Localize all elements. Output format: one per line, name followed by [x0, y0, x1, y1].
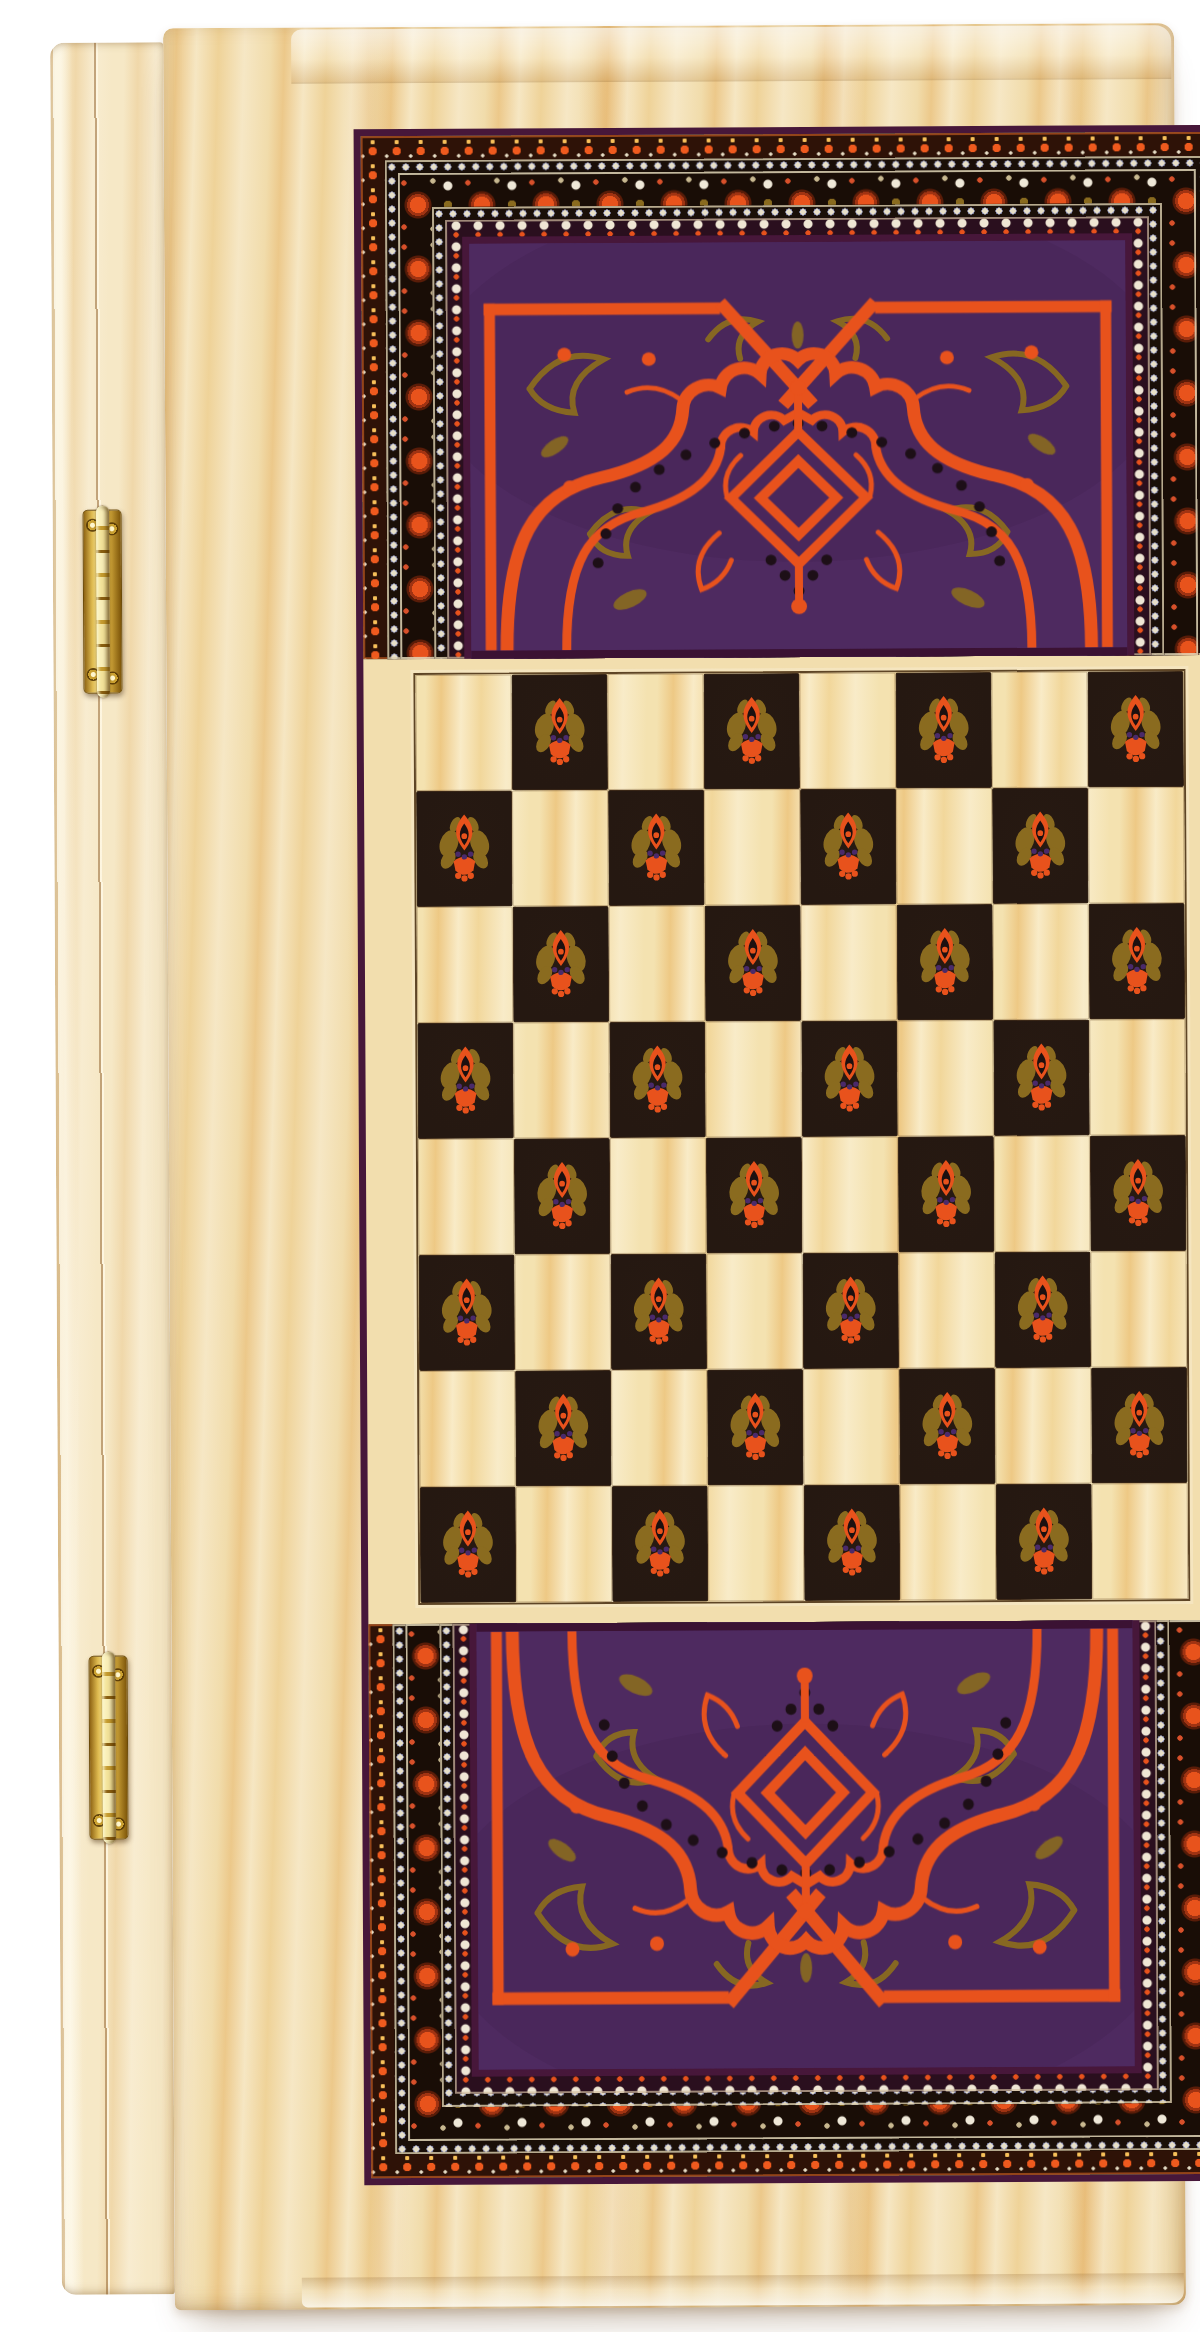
square-b2 [515, 1370, 612, 1487]
bead-border [392, 1620, 1200, 2154]
square-c5 [609, 1022, 706, 1139]
square-e8 [799, 673, 896, 790]
square-a5 [417, 1023, 514, 1140]
square-a1 [420, 1487, 517, 1604]
floral-motif-icon [629, 810, 683, 886]
arabesque-arch-ornament [469, 240, 1127, 650]
square-a8 [415, 675, 512, 792]
arabesque-panel-top [361, 132, 1200, 660]
square-c6 [609, 906, 706, 1023]
floral-motif-icon [534, 926, 588, 1002]
square-d7 [704, 789, 801, 906]
square-h3 [1090, 1251, 1187, 1368]
square-b1 [516, 1486, 613, 1603]
square-a2 [419, 1371, 516, 1488]
printed-lid-decal [354, 125, 1200, 2186]
floral-motif-icon [727, 1157, 781, 1233]
crown-motif-border [361, 132, 1200, 660]
floral-motif-icon [533, 694, 587, 770]
square-g5 [993, 1019, 1090, 1136]
floral-motif-icon [728, 1389, 782, 1465]
bead-border [432, 203, 1164, 659]
floral-motif-icon [725, 693, 779, 769]
fan-motif-border [452, 1620, 1158, 2094]
board-frame [413, 669, 1190, 1605]
square-h5 [1089, 1019, 1186, 1136]
square-f5 [897, 1020, 994, 1137]
floral-motif-icon [821, 809, 875, 885]
square-c4 [610, 1138, 707, 1255]
floral-motif-icon [1014, 1040, 1068, 1116]
square-f3 [898, 1252, 995, 1369]
box-side-panel [50, 42, 175, 2295]
square-h4 [1090, 1135, 1187, 1252]
square-b4 [514, 1138, 611, 1255]
square-g3 [994, 1251, 1091, 1368]
square-f8 [895, 672, 992, 789]
floral-motif-icon [825, 1505, 879, 1581]
square-d3 [706, 1253, 803, 1370]
box-bottom-bevel [302, 2273, 1184, 2308]
floral-motif-icon [438, 1043, 492, 1119]
square-h2 [1091, 1367, 1188, 1484]
brass-hinge-top [83, 510, 123, 694]
floral-motif-icon [437, 811, 491, 887]
square-a4 [418, 1139, 515, 1256]
square-b8 [511, 674, 608, 791]
floral-motif-icon [630, 1042, 684, 1118]
fan-motif-border [445, 216, 1151, 659]
checkerboard [415, 671, 1188, 1603]
square-h8 [1087, 671, 1184, 788]
arabesque-arch-ornament [476, 1628, 1134, 2069]
purple-field-bottom [476, 1620, 1134, 2069]
square-c1 [612, 1486, 709, 1603]
floral-motif-icon [1017, 1504, 1071, 1580]
floral-motif-icon [1016, 1272, 1070, 1348]
floral-motif-icon [633, 1506, 687, 1582]
floral-motif-icon [822, 1041, 876, 1117]
square-e1 [804, 1484, 901, 1601]
square-g6 [993, 904, 1090, 1021]
square-h1 [1092, 1483, 1189, 1600]
floral-motif-icon [1109, 691, 1163, 767]
square-e4 [802, 1137, 899, 1254]
maroon-edge-line [462, 233, 1134, 659]
square-d6 [705, 905, 802, 1022]
product-photo [0, 0, 1200, 2332]
bead-border [385, 156, 1200, 659]
crown-motif-border [368, 1620, 1200, 2179]
square-e5 [801, 1021, 898, 1138]
square-g8 [991, 672, 1088, 789]
square-b7 [512, 790, 609, 907]
square-e6 [801, 905, 898, 1022]
square-g1 [996, 1483, 1093, 1600]
square-h7 [1088, 787, 1185, 904]
maroon-edge-line [469, 1620, 1141, 2077]
floral-motif-icon [918, 924, 972, 1000]
square-f6 [897, 904, 994, 1021]
box-top-bevel [291, 25, 1171, 84]
purple-field-top [469, 240, 1127, 658]
floral-motif-icon [919, 1156, 973, 1232]
floral-motif-icon [1013, 808, 1067, 884]
floral-motif-icon [824, 1273, 878, 1349]
floral-motif-icon [920, 1388, 974, 1464]
square-d5 [705, 1021, 802, 1138]
box-front-face [163, 23, 1186, 2310]
checkerboard-section [363, 655, 1200, 1625]
square-a3 [418, 1255, 515, 1372]
square-d8 [703, 673, 800, 790]
floral-motif-icon [632, 1274, 686, 1350]
square-d2 [707, 1369, 804, 1486]
square-f7 [896, 788, 993, 905]
square-c2 [611, 1370, 708, 1487]
square-a7 [416, 791, 513, 908]
floral-motif-icon [1111, 1155, 1165, 1231]
square-d4 [706, 1137, 803, 1254]
square-e2 [803, 1368, 900, 1485]
square-c3 [610, 1254, 707, 1371]
floral-motif-icon [440, 1275, 494, 1351]
square-g7 [992, 788, 1089, 905]
wooden-game-box [38, 23, 1186, 2311]
floral-motif-icon [917, 692, 971, 768]
square-f1 [900, 1484, 997, 1601]
floral-motif-icon [535, 1158, 589, 1234]
square-f2 [899, 1368, 996, 1485]
square-e3 [802, 1253, 899, 1370]
arabesque-panel-bottom [368, 1620, 1200, 2179]
floral-motif-icon [1112, 1387, 1166, 1463]
square-g2 [995, 1367, 1092, 1484]
floral-motif-icon [536, 1390, 590, 1466]
brass-hinge-bottom [89, 1656, 129, 1840]
square-c8 [607, 674, 704, 791]
square-f4 [898, 1136, 995, 1253]
square-b3 [514, 1254, 611, 1371]
square-b6 [513, 906, 610, 1023]
square-b5 [513, 1022, 610, 1139]
square-g4 [994, 1135, 1091, 1252]
floral-garland-border [405, 1620, 1200, 2141]
square-c7 [608, 790, 705, 907]
floral-motif-icon [441, 1507, 495, 1583]
floral-garland-border [398, 169, 1199, 659]
square-d1 [708, 1485, 805, 1602]
square-e7 [800, 789, 897, 906]
square-h6 [1089, 903, 1186, 1020]
square-a6 [417, 907, 514, 1024]
bead-border [439, 1620, 1172, 2107]
floral-motif-icon [726, 925, 780, 1001]
floral-motif-icon [1110, 923, 1164, 999]
